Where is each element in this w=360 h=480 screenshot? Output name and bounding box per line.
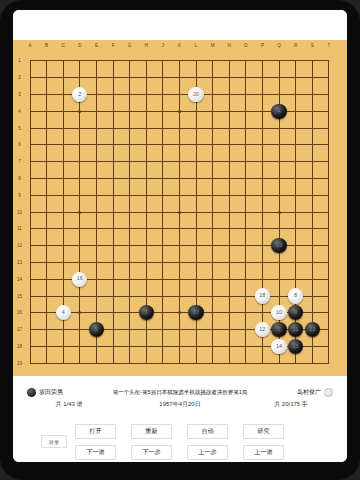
black-stone-icon bbox=[27, 388, 36, 397]
next-record-button[interactable]: 下一谱 bbox=[75, 445, 116, 460]
column-label: L bbox=[190, 43, 202, 48]
star-point bbox=[278, 211, 281, 214]
stone-move-number: 14 bbox=[276, 344, 282, 350]
column-label: C bbox=[57, 43, 69, 48]
next-move-button[interactable]: 下一步 bbox=[131, 445, 172, 460]
stone-R15: 8 bbox=[288, 288, 303, 303]
row-label: 15 bbox=[14, 294, 25, 299]
grid-line bbox=[312, 61, 313, 363]
sheet-counter: 共 1/43 谱 bbox=[13, 400, 125, 409]
stone-E17: 5 bbox=[89, 322, 104, 337]
row-label: 16 bbox=[14, 310, 25, 315]
stone-move-number: 4 bbox=[62, 310, 65, 316]
stone-move-number: 1 bbox=[277, 108, 280, 114]
stone-move-number: 17 bbox=[193, 310, 199, 316]
white-player: 岛村俊广 bbox=[297, 388, 347, 397]
row-label: 5 bbox=[14, 126, 25, 131]
grid-line bbox=[30, 296, 329, 297]
nav-row-2: 下一谱 下一步 上一步 上一谱 bbox=[75, 445, 303, 460]
grid-line bbox=[245, 61, 246, 363]
stone-L16: 17 bbox=[188, 305, 203, 320]
row-label: 1 bbox=[14, 58, 25, 63]
row-label: 2 bbox=[14, 75, 25, 80]
menu-button[interactable]: 目录 bbox=[41, 435, 67, 448]
column-label: R bbox=[290, 43, 302, 48]
stone-move-number: 15 bbox=[293, 344, 299, 350]
column-label: N bbox=[223, 43, 235, 48]
stone-Q12: 19 bbox=[271, 238, 286, 253]
column-label: J bbox=[157, 43, 169, 48]
stone-C16: 4 bbox=[56, 305, 71, 320]
row-label: 4 bbox=[14, 109, 25, 114]
prev-record-button[interactable]: 上一谱 bbox=[243, 445, 284, 460]
stone-move-number: 9 bbox=[294, 310, 297, 316]
stone-move-number: 18 bbox=[259, 293, 265, 299]
app-screen: A1B2C3D4E5F6G7H8J9K10L11M12N13O14P15Q16R… bbox=[13, 10, 347, 462]
black-player: 坂田荣男 bbox=[13, 388, 63, 397]
grid-line bbox=[30, 363, 329, 364]
row-label: 12 bbox=[14, 243, 25, 248]
stone-move-number: 20 bbox=[193, 92, 199, 98]
stone-D3: 2 bbox=[72, 87, 87, 102]
column-label: D bbox=[74, 43, 86, 48]
grid-line bbox=[229, 61, 230, 363]
column-label: B bbox=[41, 43, 53, 48]
star-point bbox=[78, 311, 81, 314]
stone-move-number: 10 bbox=[276, 310, 282, 316]
row-label: 14 bbox=[14, 277, 25, 282]
row-label: 11 bbox=[14, 226, 25, 231]
stone-R16: 9 bbox=[288, 305, 303, 320]
study-button[interactable]: 研究 bbox=[243, 424, 284, 439]
game-date: 1957年4月20日 bbox=[125, 400, 235, 409]
column-label: E bbox=[90, 43, 102, 48]
stone-S17: 13 bbox=[305, 322, 320, 337]
row-label: 6 bbox=[14, 142, 25, 147]
column-label: T bbox=[323, 43, 335, 48]
column-label: K bbox=[173, 43, 185, 48]
stone-move-number: 5 bbox=[95, 327, 98, 333]
star-point bbox=[78, 211, 81, 214]
stone-move-number: 19 bbox=[276, 243, 282, 249]
stone-move-number: 13 bbox=[309, 327, 315, 333]
column-label: Q bbox=[273, 43, 285, 48]
stone-Q4: 1 bbox=[271, 104, 286, 119]
open-button[interactable]: 打开 bbox=[75, 424, 116, 439]
stone-move-number: 3 bbox=[277, 327, 280, 333]
star-point bbox=[178, 211, 181, 214]
row-label: 3 bbox=[14, 92, 25, 97]
stone-move-number: 8 bbox=[294, 293, 297, 299]
column-label: A bbox=[24, 43, 36, 48]
white-stone-icon bbox=[324, 388, 333, 397]
stone-move-number: 11 bbox=[293, 327, 299, 333]
tablet-device-frame: A1B2C3D4E5F6G7H8J9K10L11M12N13O14P15Q16R… bbox=[0, 0, 360, 480]
column-label: S bbox=[306, 43, 318, 48]
stone-Q18: 14 bbox=[271, 339, 286, 354]
star-point bbox=[178, 311, 181, 314]
row-label: 13 bbox=[14, 260, 25, 265]
star-point bbox=[78, 110, 81, 113]
grid-line bbox=[30, 228, 329, 229]
column-label: H bbox=[140, 43, 152, 48]
stone-move-number: 16 bbox=[77, 276, 83, 282]
move-counter: 共 20/175 手 bbox=[235, 400, 347, 409]
grid-line bbox=[262, 61, 263, 363]
row-label: 10 bbox=[14, 210, 25, 215]
nav-row-1: 打开 重新 自动 研究 bbox=[75, 424, 303, 439]
row-label: 9 bbox=[14, 193, 25, 198]
white-player-name: 岛村俊广 bbox=[297, 388, 321, 397]
column-label: O bbox=[240, 43, 252, 48]
stone-L3: 20 bbox=[188, 87, 203, 102]
status-bar bbox=[13, 10, 347, 40]
stone-R17: 11 bbox=[288, 322, 303, 337]
black-player-name: 坂田荣男 bbox=[39, 388, 63, 397]
stone-Q16: 10 bbox=[271, 305, 286, 320]
grid-line bbox=[212, 61, 213, 363]
game-title: 第一个头衔-第5届日本棋院选手权战挑战者决胜赛第1局 bbox=[63, 389, 297, 396]
info-panel: 坂田荣男 第一个头衔-第5届日本棋院选手权战挑战者决胜赛第1局 岛村俊广 共 1… bbox=[13, 376, 347, 462]
players-row: 坂田荣男 第一个头衔-第5届日本棋院选手权战挑战者决胜赛第1局 岛村俊广 bbox=[13, 386, 347, 398]
row-label: 18 bbox=[14, 344, 25, 349]
stone-P15: 18 bbox=[255, 288, 270, 303]
row-label: 17 bbox=[14, 327, 25, 332]
stone-Q17: 3 bbox=[271, 322, 286, 337]
stats-row: 共 1/43 谱 1957年4月20日 共 20/175 手 bbox=[13, 400, 347, 409]
column-label: G bbox=[124, 43, 136, 48]
stone-H16: 7 bbox=[139, 305, 154, 320]
stone-move-number: 12 bbox=[259, 327, 265, 333]
grid-line bbox=[328, 61, 329, 363]
prev-move-button[interactable]: 上一步 bbox=[187, 445, 228, 460]
stone-move-number: 7 bbox=[145, 310, 148, 316]
star-point bbox=[178, 110, 181, 113]
column-label: M bbox=[207, 43, 219, 48]
stone-R18: 15 bbox=[288, 339, 303, 354]
row-label: 7 bbox=[14, 159, 25, 164]
row-label: 8 bbox=[14, 176, 25, 181]
grid-line bbox=[30, 262, 329, 263]
column-label: P bbox=[256, 43, 268, 48]
auto-play-button[interactable]: 自动 bbox=[187, 424, 228, 439]
restart-button[interactable]: 重新 bbox=[131, 424, 172, 439]
stone-P17: 12 bbox=[255, 322, 270, 337]
stone-D14: 16 bbox=[72, 272, 87, 287]
stone-move-number: 2 bbox=[78, 92, 81, 98]
row-label: 19 bbox=[14, 361, 25, 366]
go-board[interactable]: A1B2C3D4E5F6G7H8J9K10L11M12N13O14P15Q16R… bbox=[13, 40, 347, 376]
column-label: F bbox=[107, 43, 119, 48]
